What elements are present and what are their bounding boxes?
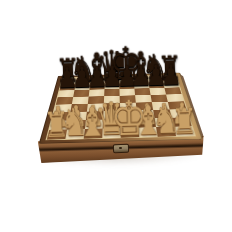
square-h1[interactable]: [174, 126, 195, 136]
square-a1[interactable]: [47, 129, 67, 139]
scene: ♜♞♝♛♚♝♞♜♟♟♟♟♟♟♟♟♟♟♟♟♟♟♟♟♜♞♝♛♚♝♞♜: [0, 0, 232, 232]
square-d1[interactable]: [102, 128, 120, 138]
square-e1[interactable]: [120, 128, 139, 138]
square-f1[interactable]: [138, 127, 157, 137]
board-squares: [47, 75, 195, 140]
chess-set-product-photo: ♜♞♝♛♚♝♞♜♟♟♟♟♟♟♟♟♟♟♟♟♟♟♟♟♜♞♝♛♚♝♞♜: [0, 0, 232, 232]
latch-icon: [113, 144, 129, 153]
square-b1[interactable]: [65, 129, 85, 139]
square-f2[interactable]: [137, 118, 156, 127]
square-g1[interactable]: [156, 127, 176, 137]
square-c1[interactable]: [84, 129, 103, 139]
chess-board: [39, 73, 203, 144]
